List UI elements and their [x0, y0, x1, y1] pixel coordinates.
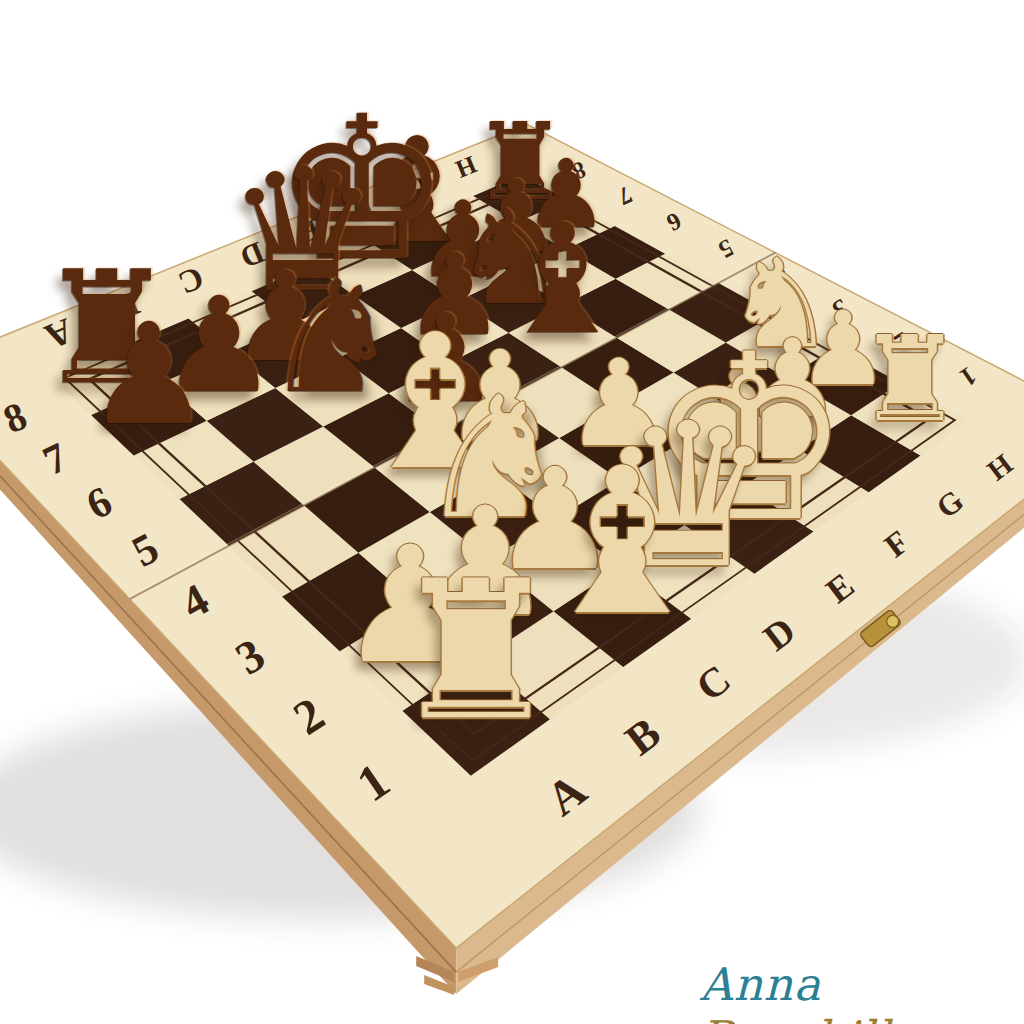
watermark-first-name: Anna [700, 958, 821, 1011]
white-rook-h1[interactable]: ♜ [857, 320, 963, 438]
watermark-last-name: Barnhill [700, 1011, 891, 1024]
pieces: ♜♟♝♟♚♟♛♞♟♝♞♟♜♟♟♞♟♟♟♜♟♟♟♝♞♚♟♛♟♝♟♜ [0, 0, 1024, 1024]
photo-stage: AA11BB22CC33DD44EE55FF66GG77HH88 ♜♟♝♟♚♟♛… [0, 0, 1024, 1024]
watermark: Anna Barnhill [700, 958, 1024, 1024]
white-rook-a1[interactable]: ♜ [390, 556, 561, 747]
black-pawn-a7[interactable]: ♟ [86, 305, 212, 445]
